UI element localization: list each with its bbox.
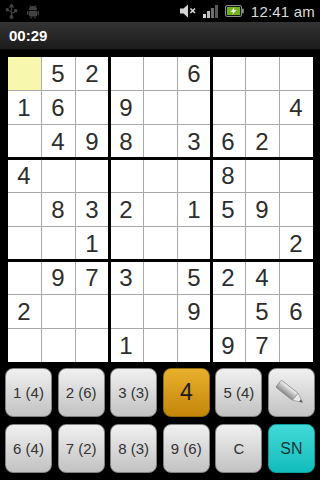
digit-6-button[interactable]: 6 (4) xyxy=(5,424,52,473)
cell-r4c2[interactable] xyxy=(42,159,75,192)
cell-r5c3[interactable]: 3 xyxy=(76,193,109,226)
cell-r3c4[interactable]: 8 xyxy=(110,125,143,158)
cell-r8c9[interactable]: 6 xyxy=(280,295,313,328)
cell-r4c6[interactable] xyxy=(178,159,211,192)
cell-r1c4[interactable] xyxy=(110,57,143,90)
digit-5-button[interactable]: 5 (4) xyxy=(215,368,262,417)
cell-r4c8[interactable] xyxy=(246,159,279,192)
cell-r5c5[interactable] xyxy=(144,193,177,226)
cell-r6c3[interactable]: 1 xyxy=(76,227,109,260)
cell-r7c7[interactable]: 2 xyxy=(212,261,245,294)
show-numbers-button[interactable]: SN xyxy=(268,424,315,473)
cell-r4c9[interactable] xyxy=(280,159,313,192)
cell-r8c4[interactable] xyxy=(110,295,143,328)
cell-r8c5[interactable] xyxy=(144,295,177,328)
cell-r3c7[interactable]: 6 xyxy=(212,125,245,158)
status-right-icons: 12:41 am xyxy=(179,3,315,20)
cell-r3c3[interactable]: 9 xyxy=(76,125,109,158)
cell-r3c6[interactable]: 3 xyxy=(178,125,211,158)
cell-r6c9[interactable]: 2 xyxy=(280,227,313,260)
cell-r1c6[interactable]: 6 xyxy=(178,57,211,90)
app-screen: 12:41 am 00:29 5261694498362488321591297… xyxy=(0,0,320,480)
cell-r6c4[interactable] xyxy=(110,227,143,260)
cell-r1c9[interactable] xyxy=(280,57,313,90)
cell-r8c7[interactable] xyxy=(212,295,245,328)
cell-r5c8[interactable]: 9 xyxy=(246,193,279,226)
cell-r7c5[interactable] xyxy=(144,261,177,294)
title-bar: 00:29 xyxy=(0,22,320,50)
cell-r2c2[interactable]: 6 xyxy=(42,91,75,124)
cell-r3c2[interactable]: 4 xyxy=(42,125,75,158)
cell-r9c2[interactable] xyxy=(42,329,75,362)
cell-r7c6[interactable]: 5 xyxy=(178,261,211,294)
digit-7-button[interactable]: 7 (2) xyxy=(58,424,105,473)
cell-r5c2[interactable]: 8 xyxy=(42,193,75,226)
cell-r6c7[interactable] xyxy=(212,227,245,260)
cell-r8c8[interactable]: 5 xyxy=(246,295,279,328)
cell-r4c4[interactable] xyxy=(110,159,143,192)
digit-8-button[interactable]: 8 (3) xyxy=(110,424,157,473)
cell-r7c8[interactable]: 4 xyxy=(246,261,279,294)
pencil-icon xyxy=(274,376,308,410)
cell-r9c8[interactable]: 7 xyxy=(246,329,279,362)
cell-r8c2[interactable] xyxy=(42,295,75,328)
cell-r7c2[interactable]: 9 xyxy=(42,261,75,294)
cell-r5c4[interactable]: 2 xyxy=(110,193,143,226)
keypad-row-2: 6 (4) 7 (2) 8 (3) 9 (6) C SN xyxy=(5,424,315,473)
cell-r5c9[interactable] xyxy=(280,193,313,226)
cell-r9c9[interactable] xyxy=(280,329,313,362)
cell-r8c6[interactable]: 9 xyxy=(178,295,211,328)
battery-charging-icon xyxy=(225,5,244,17)
cell-r7c1[interactable] xyxy=(8,261,41,294)
cell-r3c8[interactable]: 2 xyxy=(246,125,279,158)
digit-9-button[interactable]: 9 (6) xyxy=(163,424,210,473)
cell-r7c4[interactable]: 3 xyxy=(110,261,143,294)
keypad-row-1: 1 (4) 2 (6) 3 (3) 4 5 (4) xyxy=(5,368,315,417)
cell-r1c5[interactable] xyxy=(144,57,177,90)
cell-r4c5[interactable] xyxy=(144,159,177,192)
cell-r3c1[interactable] xyxy=(8,125,41,158)
digit-3-button[interactable]: 3 (3) xyxy=(110,368,157,417)
cell-r6c1[interactable] xyxy=(8,227,41,260)
cell-r4c3[interactable] xyxy=(76,159,109,192)
cell-r2c1[interactable]: 1 xyxy=(8,91,41,124)
cell-r6c6[interactable] xyxy=(178,227,211,260)
cell-r2c4[interactable]: 9 xyxy=(110,91,143,124)
cell-r2c8[interactable] xyxy=(246,91,279,124)
cell-r9c1[interactable] xyxy=(8,329,41,362)
status-clock: 12:41 am xyxy=(251,3,315,20)
cell-r7c9[interactable] xyxy=(280,261,313,294)
cell-r2c5[interactable] xyxy=(144,91,177,124)
cell-r7c3[interactable]: 7 xyxy=(76,261,109,294)
game-timer: 00:29 xyxy=(9,27,47,44)
status-left-icons xyxy=(5,4,40,19)
cell-r9c6[interactable] xyxy=(178,329,211,362)
cell-r5c1[interactable] xyxy=(8,193,41,226)
cell-r6c5[interactable] xyxy=(144,227,177,260)
cell-r1c2[interactable]: 5 xyxy=(42,57,75,90)
usb-icon xyxy=(5,4,18,19)
cell-r8c1[interactable]: 2 xyxy=(8,295,41,328)
sudoku-board: 526169449836248832159129735242956197 xyxy=(6,55,315,364)
cell-r9c3[interactable] xyxy=(76,329,109,362)
cell-r2c9[interactable]: 4 xyxy=(280,91,313,124)
cell-r8c3[interactable] xyxy=(76,295,109,328)
digit-4-button[interactable]: 4 xyxy=(163,368,210,417)
signal-strength-icon xyxy=(203,5,218,18)
digit-2-button[interactable]: 2 (6) xyxy=(58,368,105,417)
keypad: 1 (4) 2 (6) 3 (3) 4 5 (4) xyxy=(5,368,315,473)
cell-r3c5[interactable] xyxy=(144,125,177,158)
cell-r1c3[interactable]: 2 xyxy=(76,57,109,90)
pencil-mode-button[interactable] xyxy=(268,368,315,417)
volume-muted-icon xyxy=(179,4,196,18)
cell-r4c7[interactable]: 8 xyxy=(212,159,245,192)
cell-r9c5[interactable] xyxy=(144,329,177,362)
cell-r2c6[interactable] xyxy=(178,91,211,124)
cell-r1c1[interactable] xyxy=(8,57,41,90)
digit-1-button[interactable]: 1 (4) xyxy=(5,368,52,417)
status-bar: 12:41 am xyxy=(0,0,320,22)
cell-r9c4[interactable]: 1 xyxy=(110,329,143,362)
cell-r4c1[interactable]: 4 xyxy=(8,159,41,192)
cell-r6c8[interactable] xyxy=(246,227,279,260)
android-icon xyxy=(26,4,40,19)
cell-r5c7[interactable]: 5 xyxy=(212,193,245,226)
cell-r2c7[interactable] xyxy=(212,91,245,124)
cell-r1c7[interactable] xyxy=(212,57,245,90)
clear-button[interactable]: C xyxy=(215,424,262,473)
cell-r3c9[interactable] xyxy=(280,125,313,158)
cell-r6c2[interactable] xyxy=(42,227,75,260)
cell-r1c8[interactable] xyxy=(246,57,279,90)
cell-r2c3[interactable] xyxy=(76,91,109,124)
cell-r5c6[interactable]: 1 xyxy=(178,193,211,226)
cell-r9c7[interactable]: 9 xyxy=(212,329,245,362)
